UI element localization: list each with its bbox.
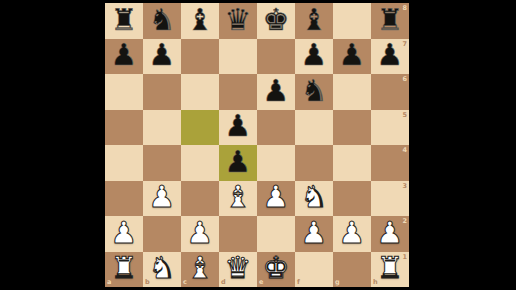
- black-knight[interactable]: ♞: [149, 5, 176, 35]
- square-e8[interactable]: ♚: [257, 3, 295, 39]
- square-b3[interactable]: ♟: [143, 181, 181, 217]
- square-b1[interactable]: ♞b: [143, 252, 181, 288]
- rank-label-5: 5: [402, 112, 407, 119]
- square-c7[interactable]: [181, 39, 219, 75]
- black-pawn[interactable]: ♟: [225, 111, 252, 141]
- black-pawn[interactable]: ♟: [263, 76, 290, 106]
- square-h5[interactable]: 5: [371, 110, 409, 146]
- square-d4[interactable]: ♟: [219, 145, 257, 181]
- square-f6[interactable]: ♞: [295, 74, 333, 110]
- rank-label-2: 2: [402, 218, 407, 225]
- white-king[interactable]: ♚: [263, 253, 290, 283]
- square-h6[interactable]: 6: [371, 74, 409, 110]
- square-a3[interactable]: [105, 181, 143, 217]
- square-b4[interactable]: [143, 145, 181, 181]
- square-e3[interactable]: ♟: [257, 181, 295, 217]
- square-g6[interactable]: [333, 74, 371, 110]
- white-rook[interactable]: ♜: [377, 253, 404, 283]
- file-label-c: c: [183, 279, 187, 286]
- black-bishop[interactable]: ♝: [301, 5, 328, 35]
- square-a6[interactable]: [105, 74, 143, 110]
- square-c6[interactable]: [181, 74, 219, 110]
- square-e7[interactable]: [257, 39, 295, 75]
- square-f8[interactable]: ♝: [295, 3, 333, 39]
- white-queen[interactable]: ♛: [225, 253, 252, 283]
- square-e6[interactable]: ♟: [257, 74, 295, 110]
- white-pawn[interactable]: ♟: [339, 218, 366, 248]
- square-a2[interactable]: ♟: [105, 216, 143, 252]
- white-pawn[interactable]: ♟: [301, 218, 328, 248]
- white-pawn[interactable]: ♟: [377, 218, 404, 248]
- rank-label-7: 7: [402, 41, 407, 48]
- square-h1[interactable]: ♜h1: [371, 252, 409, 288]
- square-f1[interactable]: f: [295, 252, 333, 288]
- letterbox-background: ♜♞♝♛♚♝♜8♟♟♟♟♟7♟♞6♟5♟4♟♝♟♞3♟♟♟♟♟2♜a♞b♝c♛d…: [0, 0, 516, 290]
- black-pawn[interactable]: ♟: [149, 40, 176, 70]
- rank-label-6: 6: [402, 76, 407, 83]
- square-e5[interactable]: [257, 110, 295, 146]
- white-bishop[interactable]: ♝: [225, 182, 252, 212]
- square-f5[interactable]: [295, 110, 333, 146]
- white-pawn[interactable]: ♟: [263, 182, 290, 212]
- square-d3[interactable]: ♝: [219, 181, 257, 217]
- square-f7[interactable]: ♟: [295, 39, 333, 75]
- white-bishop[interactable]: ♝: [187, 253, 214, 283]
- square-f3[interactable]: ♞: [295, 181, 333, 217]
- square-h3[interactable]: 3: [371, 181, 409, 217]
- square-d1[interactable]: ♛d: [219, 252, 257, 288]
- square-e1[interactable]: ♚e: [257, 252, 295, 288]
- black-knight[interactable]: ♞: [301, 76, 328, 106]
- white-rook[interactable]: ♜: [111, 253, 138, 283]
- file-label-h: h: [373, 279, 378, 286]
- file-label-b: b: [145, 279, 150, 286]
- square-f2[interactable]: ♟: [295, 216, 333, 252]
- square-c1[interactable]: ♝c: [181, 252, 219, 288]
- file-label-e: e: [259, 279, 263, 286]
- square-a4[interactable]: [105, 145, 143, 181]
- square-c4[interactable]: [181, 145, 219, 181]
- rank-label-1: 1: [402, 254, 407, 261]
- square-a1[interactable]: ♜a: [105, 252, 143, 288]
- black-rook[interactable]: ♜: [111, 5, 138, 35]
- square-d8[interactable]: ♛: [219, 3, 257, 39]
- square-a5[interactable]: [105, 110, 143, 146]
- square-b5[interactable]: [143, 110, 181, 146]
- square-g3[interactable]: [333, 181, 371, 217]
- square-d2[interactable]: [219, 216, 257, 252]
- rank-label-8: 8: [402, 5, 407, 12]
- square-g7[interactable]: ♟: [333, 39, 371, 75]
- square-d7[interactable]: [219, 39, 257, 75]
- black-bishop[interactable]: ♝: [187, 5, 214, 35]
- square-c2[interactable]: ♟: [181, 216, 219, 252]
- square-h7[interactable]: ♟7: [371, 39, 409, 75]
- black-pawn[interactable]: ♟: [377, 40, 404, 70]
- square-c5[interactable]: [181, 110, 219, 146]
- black-king[interactable]: ♚: [263, 5, 290, 35]
- square-a7[interactable]: ♟: [105, 39, 143, 75]
- black-pawn[interactable]: ♟: [301, 40, 328, 70]
- square-h4[interactable]: 4: [371, 145, 409, 181]
- square-d5[interactable]: ♟: [219, 110, 257, 146]
- square-g8[interactable]: [333, 3, 371, 39]
- file-label-g: g: [335, 279, 340, 286]
- square-a8[interactable]: ♜: [105, 3, 143, 39]
- square-c3[interactable]: [181, 181, 219, 217]
- black-pawn[interactable]: ♟: [339, 40, 366, 70]
- black-queen[interactable]: ♛: [225, 5, 252, 35]
- square-g2[interactable]: ♟: [333, 216, 371, 252]
- file-label-d: d: [221, 279, 226, 286]
- white-knight[interactable]: ♞: [301, 182, 328, 212]
- square-f4[interactable]: [295, 145, 333, 181]
- white-knight[interactable]: ♞: [149, 253, 176, 283]
- rank-label-4: 4: [402, 147, 407, 154]
- black-rook[interactable]: ♜: [377, 5, 404, 35]
- square-e2[interactable]: [257, 216, 295, 252]
- square-h2[interactable]: ♟2: [371, 216, 409, 252]
- square-g4[interactable]: [333, 145, 371, 181]
- rank-label-3: 3: [402, 183, 407, 190]
- square-b8[interactable]: ♞: [143, 3, 181, 39]
- square-b7[interactable]: ♟: [143, 39, 181, 75]
- square-b2[interactable]: [143, 216, 181, 252]
- file-label-a: a: [107, 279, 111, 286]
- square-b6[interactable]: [143, 74, 181, 110]
- square-g5[interactable]: [333, 110, 371, 146]
- white-pawn[interactable]: ♟: [187, 218, 214, 248]
- black-pawn[interactable]: ♟: [225, 147, 252, 177]
- black-pawn[interactable]: ♟: [111, 40, 138, 70]
- square-h8[interactable]: ♜8: [371, 3, 409, 39]
- square-c8[interactable]: ♝: [181, 3, 219, 39]
- white-pawn[interactable]: ♟: [149, 182, 176, 212]
- square-g1[interactable]: g: [333, 252, 371, 288]
- white-pawn[interactable]: ♟: [111, 218, 138, 248]
- square-e4[interactable]: [257, 145, 295, 181]
- chess-board: ♜♞♝♛♚♝♜8♟♟♟♟♟7♟♞6♟5♟4♟♝♟♞3♟♟♟♟♟2♜a♞b♝c♛d…: [105, 3, 409, 287]
- square-d6[interactable]: [219, 74, 257, 110]
- file-label-f: f: [297, 279, 300, 286]
